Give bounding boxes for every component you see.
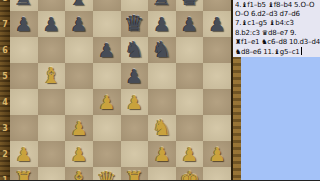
piece-white-pawn-g2[interactable]: ♟ — [176, 141, 204, 167]
move-line-3: 7.♝c1–g5 ♝b4:c3 — [235, 19, 320, 28]
piece-white-rook-a1[interactable]: ♜ — [10, 167, 38, 180]
rank-label-2: 2 — [0, 150, 10, 159]
square-g4[interactable] — [176, 89, 204, 115]
piece-white-queen-d1[interactable]: ♛ — [93, 167, 121, 180]
square-e7[interactable]: ♛ — [121, 11, 149, 37]
rank-label-4: 4 — [0, 98, 10, 107]
rank-label-3: 3 — [0, 124, 10, 133]
square-f1[interactable] — [148, 167, 176, 180]
piece-white-pawn-d4[interactable]: ♟ — [93, 89, 121, 115]
square-e6[interactable]: ♞ — [121, 37, 149, 63]
piece-white-pawn-c2[interactable]: ♟ — [65, 141, 93, 167]
square-a5[interactable] — [10, 63, 38, 89]
square-h8[interactable] — [203, 0, 231, 11]
rank-label-6: 6 — [0, 46, 10, 55]
square-a4[interactable] — [10, 89, 38, 115]
square-g2[interactable]: ♟ — [176, 141, 204, 167]
piece-black-pawn-h7[interactable]: ♟ — [203, 11, 231, 37]
piece-black-bishop-c8[interactable]: ♝ — [65, 0, 93, 11]
piece-white-pawn-f2[interactable]: ♟ — [148, 141, 176, 167]
piece-black-rook-a8[interactable]: ♜ — [10, 0, 38, 11]
square-d1[interactable]: ♛ — [93, 167, 121, 180]
square-d5[interactable] — [93, 63, 121, 89]
square-h6[interactable] — [203, 37, 231, 63]
piece-black-knight-f6[interactable]: ♞ — [148, 37, 176, 63]
square-c5[interactable] — [65, 63, 93, 89]
move-line-2: O–O 6.d2–d3 d7–d6 — [235, 10, 320, 19]
square-e1[interactable]: ♜ — [121, 167, 149, 180]
rank-label-1: 1 — [0, 176, 10, 181]
piece-black-pawn-c7[interactable]: ♟ — [65, 11, 93, 37]
square-b8[interactable] — [38, 0, 66, 11]
rank-label-5: 5 — [0, 72, 10, 81]
move-line-5: ♜f1–e1 ♞c6–d8 10.d3–d4 — [235, 38, 320, 47]
square-a6[interactable] — [10, 37, 38, 63]
move-line-4: 8.b2:c3 ♛d8–e7 9. — [235, 29, 320, 38]
piece-white-pawn-c3[interactable]: ♟ — [65, 115, 93, 141]
square-g5[interactable] — [176, 63, 204, 89]
move-line-6-text: ♞d8–e6 11.♝g5–c1 — [235, 48, 300, 56]
square-h2[interactable]: ♟ — [203, 141, 231, 167]
piece-black-pawn-d6[interactable]: ♟ — [93, 37, 121, 63]
piece-black-pawn-a7[interactable]: ♟ — [10, 11, 38, 37]
square-a3[interactable] — [10, 115, 38, 141]
square-a7[interactable]: ♟ — [10, 11, 38, 37]
side-panel — [241, 57, 320, 180]
piece-white-bishop-b5[interactable]: ♝ — [38, 63, 66, 89]
square-b6[interactable] — [38, 37, 66, 63]
square-e4[interactable]: ♟ — [121, 89, 149, 115]
piece-black-pawn-b7[interactable]: ♟ — [38, 11, 66, 37]
square-d4[interactable]: ♟ — [93, 89, 121, 115]
square-e5[interactable]: ♟ — [121, 63, 149, 89]
board-grid: ♜♝♜♚♟♟♟♛♟♟♟♟♞♞♝♟♟♟♟♞♟♟♟♟♟♜♝♛♜♚ — [10, 0, 231, 180]
square-c8[interactable]: ♝ — [65, 0, 93, 11]
square-f6[interactable]: ♞ — [148, 37, 176, 63]
square-g6[interactable] — [176, 37, 204, 63]
square-b5[interactable]: ♝ — [38, 63, 66, 89]
square-g8[interactable]: ♚ — [176, 0, 204, 11]
piece-white-knight-f3[interactable]: ♞ — [148, 115, 176, 141]
square-d3[interactable] — [93, 115, 121, 141]
square-g7[interactable]: ♟ — [176, 11, 204, 37]
square-g3[interactable] — [176, 115, 204, 141]
square-b3[interactable] — [38, 115, 66, 141]
square-b4[interactable] — [38, 89, 66, 115]
piece-white-pawn-e4[interactable]: ♟ — [121, 89, 149, 115]
square-a1[interactable]: ♜ — [10, 167, 38, 180]
square-d2[interactable] — [93, 141, 121, 167]
square-d6[interactable]: ♟ — [93, 37, 121, 63]
square-b2[interactable] — [38, 141, 66, 167]
square-f8[interactable]: ♜ — [148, 0, 176, 11]
move-line-6: ♞d8–e6 11.♝g5–c1 — [235, 47, 320, 56]
piece-black-rook-f8[interactable]: ♜ — [148, 0, 176, 11]
square-b7[interactable]: ♟ — [38, 11, 66, 37]
piece-black-queen-e7[interactable]: ♛ — [121, 11, 149, 37]
square-c3[interactable]: ♟ — [65, 115, 93, 141]
piece-black-pawn-g7[interactable]: ♟ — [176, 11, 204, 37]
square-a2[interactable]: ♟ — [10, 141, 38, 167]
square-d8[interactable] — [93, 0, 121, 11]
text-cursor — [301, 47, 302, 55]
square-h1[interactable] — [203, 167, 231, 180]
square-c2[interactable]: ♟ — [65, 141, 93, 167]
square-b1[interactable] — [38, 167, 66, 180]
square-c1[interactable]: ♝ — [65, 167, 93, 180]
square-h7[interactable]: ♟ — [203, 11, 231, 37]
piece-white-pawn-a2[interactable]: ♟ — [10, 141, 38, 167]
piece-white-king-g1[interactable]: ♚ — [176, 167, 204, 180]
piece-black-pawn-f7[interactable]: ♟ — [148, 11, 176, 37]
square-c7[interactable]: ♟ — [65, 11, 93, 37]
chess-app-window: ♜♝♜♚♟♟♟♛♟♟♟♟♞♞♝♟♟♟♟♞♟♟♟♟♟♜♝♛♜♚ 87654321 … — [0, 0, 320, 180]
piece-black-king-g8[interactable]: ♚ — [176, 0, 204, 11]
square-g1[interactable]: ♚ — [176, 167, 204, 180]
square-a8[interactable]: ♜ — [10, 0, 38, 11]
piece-white-pawn-h2[interactable]: ♟ — [203, 141, 231, 167]
square-h5[interactable] — [203, 63, 231, 89]
rank-label-7: 7 — [0, 20, 10, 29]
piece-black-pawn-e5[interactable]: ♟ — [121, 63, 149, 89]
square-e2[interactable] — [121, 141, 149, 167]
square-d7[interactable] — [93, 11, 121, 37]
rank-label-8: 8 — [0, 0, 10, 3]
square-f2[interactable]: ♟ — [148, 141, 176, 167]
notation-window[interactable]: 4.♝f1–b5 ♝f8–b4 5.O–O O–O 6.d2–d3 d7–d6 … — [233, 0, 320, 57]
move-line-1: 4.♝f1–b5 ♝f8–b4 5.O–O — [235, 1, 320, 10]
square-f3[interactable]: ♞ — [148, 115, 176, 141]
square-e3[interactable] — [121, 115, 149, 141]
square-c4[interactable] — [65, 89, 93, 115]
square-c6[interactable] — [65, 37, 93, 63]
piece-white-bishop-c1[interactable]: ♝ — [65, 167, 93, 180]
square-f4[interactable] — [148, 89, 176, 115]
square-f7[interactable]: ♟ — [148, 11, 176, 37]
piece-white-rook-e1[interactable]: ♜ — [121, 167, 149, 180]
piece-black-knight-e6[interactable]: ♞ — [121, 37, 149, 63]
square-f5[interactable] — [148, 63, 176, 89]
square-e8[interactable] — [121, 0, 149, 11]
square-h3[interactable] — [203, 115, 231, 141]
square-h4[interactable] — [203, 89, 231, 115]
